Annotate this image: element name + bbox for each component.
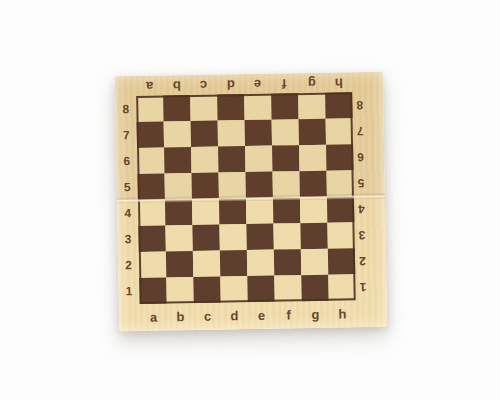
file-label-f-bottom: f bbox=[275, 301, 302, 328]
file-label-c-top-text: c bbox=[200, 77, 207, 92]
square-c6[interactable] bbox=[191, 147, 218, 173]
square-g6[interactable] bbox=[299, 145, 326, 171]
square-e4[interactable] bbox=[246, 198, 273, 224]
file-label-c-bottom: c bbox=[194, 303, 221, 330]
square-c5[interactable] bbox=[191, 173, 218, 199]
rank-label-3-left: 3 bbox=[117, 226, 138, 252]
square-b5[interactable] bbox=[164, 173, 191, 199]
square-a8[interactable] bbox=[136, 96, 163, 122]
file-label-f-top-text: f bbox=[282, 76, 287, 91]
file-label-a-top: a bbox=[136, 76, 163, 96]
square-h6[interactable] bbox=[326, 144, 353, 170]
square-h4[interactable] bbox=[327, 196, 354, 222]
square-b6[interactable] bbox=[164, 147, 191, 173]
square-b8[interactable] bbox=[163, 95, 190, 121]
square-f7[interactable] bbox=[272, 119, 299, 145]
square-b1[interactable] bbox=[166, 277, 193, 303]
file-label-d-top-text: d bbox=[226, 77, 234, 92]
file-label-b-bottom: b bbox=[167, 303, 194, 330]
square-g5[interactable] bbox=[299, 171, 326, 197]
rank-label-8-right: 8 bbox=[352, 92, 383, 119]
square-b7[interactable] bbox=[164, 121, 191, 147]
square-e6[interactable] bbox=[245, 146, 272, 172]
square-d1[interactable] bbox=[220, 276, 247, 302]
rank-label-2-right-text: 2 bbox=[359, 254, 366, 268]
corner-bottom-left bbox=[119, 304, 140, 331]
square-c1[interactable] bbox=[193, 277, 220, 303]
rank-label-2-left: 2 bbox=[118, 252, 139, 278]
file-label-b-top: b bbox=[163, 75, 190, 95]
square-e5[interactable] bbox=[245, 172, 272, 198]
square-h8[interactable] bbox=[325, 92, 352, 118]
file-label-h-bottom: h bbox=[329, 300, 356, 327]
square-b2[interactable] bbox=[166, 251, 193, 277]
square-c4[interactable] bbox=[192, 199, 219, 225]
square-e3[interactable] bbox=[246, 224, 273, 250]
square-e7[interactable] bbox=[245, 120, 272, 146]
rank-label-5-right: 5 bbox=[353, 170, 384, 197]
square-f6[interactable] bbox=[272, 145, 299, 171]
square-a1[interactable] bbox=[139, 277, 166, 303]
square-f8[interactable] bbox=[271, 93, 298, 119]
chess-board: abcdefgh8877665544332211abcdefgh bbox=[115, 72, 387, 332]
rank-label-7-right-text: 7 bbox=[357, 124, 364, 138]
corner-bottom-right bbox=[356, 300, 387, 328]
square-g8[interactable] bbox=[298, 93, 325, 119]
square-f5[interactable] bbox=[272, 171, 299, 197]
photo-background: abcdefgh8877665544332211abcdefgh bbox=[0, 0, 500, 400]
square-g1[interactable] bbox=[301, 275, 328, 301]
file-label-a-bottom: a bbox=[140, 303, 167, 330]
rank-label-7-right: 7 bbox=[353, 118, 384, 145]
rank-label-6-right-text: 6 bbox=[357, 150, 364, 164]
rank-label-3-right: 3 bbox=[354, 222, 385, 249]
file-label-h-top: h bbox=[325, 72, 352, 92]
square-h7[interactable] bbox=[326, 118, 353, 144]
square-f4[interactable] bbox=[273, 197, 300, 223]
square-e8[interactable] bbox=[244, 94, 271, 120]
square-a4[interactable] bbox=[138, 200, 165, 226]
square-h3[interactable] bbox=[327, 222, 354, 248]
rank-label-5-right-text: 5 bbox=[358, 176, 365, 190]
square-a2[interactable] bbox=[139, 251, 166, 277]
square-g3[interactable] bbox=[300, 223, 327, 249]
square-c8[interactable] bbox=[190, 95, 217, 121]
file-label-g-bottom: g bbox=[302, 301, 329, 328]
square-a6[interactable] bbox=[137, 148, 164, 174]
square-d2[interactable] bbox=[220, 250, 247, 276]
rank-label-3-right-text: 3 bbox=[358, 228, 365, 242]
square-b4[interactable] bbox=[165, 199, 192, 225]
file-label-e-top-text: e bbox=[254, 76, 261, 91]
square-g4[interactable] bbox=[300, 197, 327, 223]
rank-label-8-left: 8 bbox=[115, 96, 136, 122]
square-d3[interactable] bbox=[219, 224, 246, 250]
square-c2[interactable] bbox=[193, 251, 220, 277]
square-f2[interactable] bbox=[274, 249, 301, 275]
square-e1[interactable] bbox=[247, 276, 274, 302]
corner-top-left bbox=[115, 76, 136, 96]
square-d7[interactable] bbox=[218, 120, 245, 146]
file-label-e-top: e bbox=[244, 74, 271, 94]
file-label-g-top: g bbox=[298, 73, 325, 93]
rank-label-1-right-text: 1 bbox=[359, 280, 366, 294]
square-c7[interactable] bbox=[191, 121, 218, 147]
rank-label-5-left: 5 bbox=[117, 174, 138, 200]
file-label-f-top: f bbox=[271, 73, 298, 93]
square-h2[interactable] bbox=[328, 248, 355, 274]
rank-label-4-left: 4 bbox=[117, 200, 138, 226]
rank-label-4-right: 4 bbox=[354, 196, 385, 223]
rank-label-7-left: 7 bbox=[116, 122, 137, 148]
square-f3[interactable] bbox=[273, 223, 300, 249]
file-label-b-top-text: b bbox=[172, 78, 180, 93]
square-a3[interactable] bbox=[138, 225, 165, 251]
rank-label-6-left: 6 bbox=[116, 148, 137, 174]
file-label-e-bottom: e bbox=[248, 302, 275, 329]
square-h1[interactable] bbox=[328, 274, 355, 300]
square-g2[interactable] bbox=[301, 249, 328, 275]
file-label-d-bottom: d bbox=[221, 302, 248, 329]
rank-label-8-right-text: 8 bbox=[356, 98, 363, 112]
square-b3[interactable] bbox=[165, 225, 192, 251]
square-h5[interactable] bbox=[326, 170, 353, 196]
rank-label-1-left: 1 bbox=[118, 278, 139, 304]
square-d4[interactable] bbox=[219, 198, 246, 224]
rank-label-1-right: 1 bbox=[355, 274, 386, 301]
square-e2[interactable] bbox=[247, 250, 274, 276]
rank-label-6-right: 6 bbox=[353, 144, 384, 171]
file-label-d-top: d bbox=[217, 74, 244, 94]
corner-top-right bbox=[352, 72, 383, 93]
file-label-h-top-text: h bbox=[334, 75, 342, 90]
square-a7[interactable] bbox=[137, 122, 164, 148]
file-label-a-top-text: a bbox=[146, 78, 153, 93]
rank-label-2-right: 2 bbox=[355, 248, 386, 275]
square-c3[interactable] bbox=[192, 225, 219, 251]
square-d5[interactable] bbox=[218, 172, 245, 198]
file-label-c-top: c bbox=[190, 75, 217, 95]
square-g7[interactable] bbox=[299, 119, 326, 145]
square-d6[interactable] bbox=[218, 146, 245, 172]
rank-label-4-right-text: 4 bbox=[358, 202, 365, 216]
square-f1[interactable] bbox=[274, 275, 301, 301]
square-a5[interactable] bbox=[138, 174, 165, 200]
file-label-g-top-text: g bbox=[307, 75, 315, 90]
square-d8[interactable] bbox=[217, 94, 244, 120]
